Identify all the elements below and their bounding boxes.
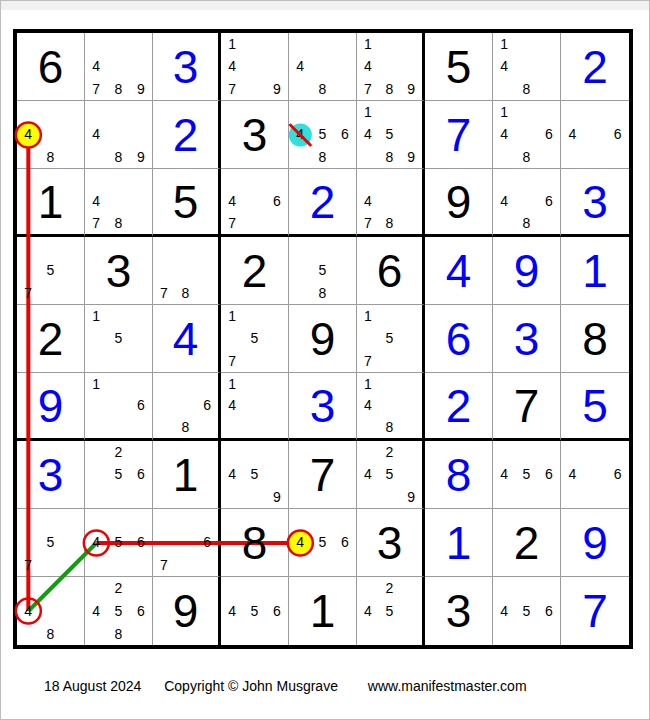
cell-r5c6[interactable]: 157: [357, 305, 425, 373]
candidates-grid: 157: [221, 305, 288, 372]
candidate-6[interactable]: 6: [130, 395, 152, 417]
candidate-empty: [538, 101, 560, 123]
cell-r4c9[interactable]: 1: [561, 237, 629, 305]
cell-r5c3[interactable]: 4: [153, 305, 221, 373]
candidate-empty: [584, 101, 607, 123]
candidate-empty: [107, 350, 129, 372]
candidate-empty: [85, 463, 107, 485]
cell-r1c2[interactable]: 4789: [85, 33, 153, 101]
candidate-empty: [584, 441, 607, 463]
candidate-empty: [62, 123, 84, 145]
candidates-grid: 157: [357, 305, 422, 372]
cell-r7c9[interactable]: 46: [561, 441, 629, 509]
candidate-9[interactable]: 9: [130, 78, 152, 100]
candidate-empty: [357, 441, 379, 463]
candidate-6[interactable]: 6: [538, 463, 560, 485]
candidate-empty: [175, 259, 197, 281]
candidate-7[interactable]: 7: [357, 212, 379, 234]
cell-value-solved: 1: [561, 237, 629, 304]
candidate-6[interactable]: 6: [334, 531, 356, 553]
candidate-7[interactable]: 7: [85, 78, 107, 100]
cell-r2c5[interactable]: 4568: [289, 101, 357, 169]
candidate-6[interactable]: 6: [606, 123, 629, 145]
candidate-7[interactable]: 7: [357, 350, 379, 372]
candidate-empty: [379, 101, 401, 123]
cell-r9c8[interactable]: 456: [493, 577, 561, 645]
candidate-empty: [39, 123, 61, 145]
cell-r6c9[interactable]: 5: [561, 373, 629, 441]
candidates-grid: 14789: [357, 33, 422, 100]
candidate-empty: [85, 101, 107, 123]
candidate-5[interactable]: 5: [107, 327, 129, 349]
cell-r4c3[interactable]: 78: [153, 237, 221, 305]
candidate-6[interactable]: 6: [266, 600, 288, 623]
cell-r8c4[interactable]: 8: [221, 509, 289, 577]
cell-r6c7[interactable]: 2: [425, 373, 493, 441]
cell-r8c3[interactable]: 67: [153, 509, 221, 577]
candidate-empty: [243, 169, 265, 191]
cell-r8c9[interactable]: 9: [561, 509, 629, 577]
candidate-5[interactable]: 5: [39, 531, 61, 553]
candidate-1[interactable]: 1: [85, 305, 107, 327]
candidates-grid: 48: [17, 101, 84, 168]
candidate-5[interactable]: 5: [515, 600, 537, 623]
candidate-4[interactable]: 4: [357, 463, 379, 485]
candidate-empty: [334, 78, 356, 100]
cell-r8c8[interactable]: 2: [493, 509, 561, 577]
candidate-empty: [289, 554, 311, 576]
candidates-grid: 456: [493, 441, 560, 508]
candidate-empty: [266, 463, 288, 485]
cell-r9c6[interactable]: 245: [357, 577, 425, 645]
cell-r8c6[interactable]: 3: [357, 509, 425, 577]
cell-r2c4[interactable]: 3: [221, 101, 289, 169]
candidate-7[interactable]: 7: [153, 282, 175, 304]
cell-r3c8[interactable]: 468: [493, 169, 561, 237]
cell-value-given: 2: [493, 509, 560, 576]
cell-r5c2[interactable]: 15: [85, 305, 153, 373]
candidate-empty: [107, 191, 129, 213]
candidate-empty: [266, 55, 288, 77]
cell-r8c7[interactable]: 1: [425, 509, 493, 577]
candidate-5[interactable]: 5: [311, 123, 333, 145]
candidate-4[interactable]: 4: [357, 123, 379, 145]
candidate-empty: [130, 55, 152, 77]
cell-r9c7[interactable]: 3: [425, 577, 493, 645]
candidate-8[interactable]: 8: [379, 146, 401, 168]
cell-r7c5[interactable]: 7: [289, 441, 357, 509]
cell-r5c1[interactable]: 2: [17, 305, 85, 373]
candidate-empty: [175, 237, 197, 259]
cell-value-given: 3: [221, 101, 288, 168]
candidate-2[interactable]: 2: [107, 441, 129, 463]
cell-value-solved: 3: [493, 305, 560, 372]
candidate-1[interactable]: 1: [493, 101, 515, 123]
cell-value-solved: 2: [289, 169, 356, 234]
cell-value-given: 2: [221, 237, 288, 304]
cell-value-solved: 7: [425, 101, 492, 168]
candidate-empty: [400, 327, 422, 349]
candidate-1[interactable]: 1: [357, 101, 379, 123]
candidate-empty: [153, 416, 175, 438]
candidate-7[interactable]: 7: [17, 282, 39, 304]
cell-r9c3[interactable]: 9: [153, 577, 221, 645]
candidate-empty: [85, 441, 107, 463]
cell-r2c6[interactable]: 14589: [357, 101, 425, 169]
candidate-empty: [130, 416, 152, 438]
candidate-empty: [62, 622, 84, 645]
candidate-4[interactable]: 4: [221, 395, 243, 417]
candidates-grid: 48: [289, 33, 356, 100]
candidate-empty: [266, 577, 288, 600]
candidate-9[interactable]: 9: [400, 146, 422, 168]
cell-r7c7[interactable]: 8: [425, 441, 493, 509]
candidate-empty: [243, 305, 265, 327]
cell-r4c6[interactable]: 6: [357, 237, 425, 305]
cell-value-solved: 3: [17, 441, 84, 508]
cell-r7c1[interactable]: 3: [17, 441, 85, 509]
candidate-empty: [538, 78, 560, 100]
cell-value-given: 3: [85, 237, 152, 304]
cell-r6c8[interactable]: 7: [493, 373, 561, 441]
cell-r2c7[interactable]: 7: [425, 101, 493, 169]
candidate-empty: [334, 55, 356, 77]
cell-r1c4[interactable]: 1479: [221, 33, 289, 101]
candidate-empty: [130, 101, 152, 123]
candidate-8[interactable]: 8: [107, 78, 129, 100]
candidate-4[interactable]: 4: [289, 123, 311, 145]
cell-r1c7[interactable]: 5: [425, 33, 493, 101]
candidate-1[interactable]: 1: [221, 373, 243, 395]
candidate-empty: [493, 577, 515, 600]
candidate-empty: [538, 55, 560, 77]
candidate-empty: [266, 441, 288, 463]
footer-website: www.manifestmaster.com: [368, 678, 527, 694]
cell-r2c1[interactable]: 48: [17, 101, 85, 169]
cell-r2c3[interactable]: 2: [153, 101, 221, 169]
candidate-empty: [221, 441, 243, 463]
cell-r5c5[interactable]: 9: [289, 305, 357, 373]
candidate-6[interactable]: 6: [538, 600, 560, 623]
candidate-empty: [493, 169, 515, 191]
candidate-4[interactable]: 4: [357, 55, 379, 77]
candidate-empty: [153, 509, 175, 531]
candidate-empty: [311, 33, 333, 55]
cell-r6c3[interactable]: 68: [153, 373, 221, 441]
cell-r5c9[interactable]: 8: [561, 305, 629, 373]
footer-date: 18 August 2024: [44, 678, 141, 694]
cell-r3c3[interactable]: 5: [153, 169, 221, 237]
cell-r3c7[interactable]: 9: [425, 169, 493, 237]
candidates-grid: 68: [153, 373, 218, 438]
candidate-4[interactable]: 4: [493, 463, 515, 485]
candidate-4[interactable]: 4: [221, 463, 243, 485]
candidate-5[interactable]: 5: [379, 463, 401, 485]
candidate-empty: [538, 486, 560, 508]
candidates-grid: 14: [221, 373, 288, 438]
candidate-empty: [85, 350, 107, 372]
candidate-1[interactable]: 1: [85, 373, 107, 395]
candidate-4[interactable]: 4: [289, 531, 311, 553]
cell-r6c2[interactable]: 16: [85, 373, 153, 441]
cell-r1c1[interactable]: 6: [17, 33, 85, 101]
candidate-6[interactable]: 6: [130, 531, 152, 553]
candidate-5[interactable]: 5: [379, 327, 401, 349]
candidate-9[interactable]: 9: [400, 78, 422, 100]
candidate-5[interactable]: 5: [107, 531, 129, 553]
candidate-empty: [107, 55, 129, 77]
candidate-empty: [379, 55, 401, 77]
candidates-grid: 459: [221, 441, 288, 508]
candidate-8[interactable]: 8: [379, 212, 401, 234]
candidate-empty: [266, 169, 288, 191]
candidates-grid: 489: [85, 101, 152, 168]
cell-r3c4[interactable]: 467: [221, 169, 289, 237]
candidate-4[interactable]: 4: [85, 123, 107, 145]
candidates-grid: 1468: [493, 101, 560, 168]
candidate-empty: [62, 600, 84, 623]
candidate-empty: [243, 191, 265, 213]
candidate-4[interactable]: 4: [221, 191, 243, 213]
candidate-8[interactable]: 8: [311, 146, 333, 168]
cell-value-solved: 9: [17, 373, 84, 438]
candidate-8[interactable]: 8: [175, 416, 197, 438]
candidate-empty: [221, 577, 243, 600]
candidate-empty: [538, 146, 560, 168]
cell-r3c9[interactable]: 3: [561, 169, 629, 237]
candidate-empty: [311, 554, 333, 576]
candidate-8[interactable]: 8: [515, 78, 537, 100]
candidate-empty: [175, 509, 197, 531]
candidate-empty: [175, 373, 197, 395]
candidate-empty: [266, 33, 288, 55]
candidate-empty: [130, 373, 152, 395]
candidate-4[interactable]: 4: [85, 531, 107, 553]
cell-r5c4[interactable]: 157: [221, 305, 289, 373]
candidates-grid: 15: [85, 305, 152, 372]
candidate-6[interactable]: 6: [196, 531, 218, 553]
candidate-1[interactable]: 1: [221, 305, 243, 327]
candidate-9[interactable]: 9: [266, 486, 288, 508]
candidate-5[interactable]: 5: [243, 463, 265, 485]
candidate-empty: [17, 577, 39, 600]
candidate-8[interactable]: 8: [107, 622, 129, 645]
candidate-5[interactable]: 5: [311, 259, 333, 281]
candidate-empty: [85, 33, 107, 55]
cell-r6c1[interactable]: 9: [17, 373, 85, 441]
cell-r6c4[interactable]: 14: [221, 373, 289, 441]
candidate-empty: [266, 350, 288, 372]
candidate-empty: [153, 395, 175, 417]
cell-r4c4[interactable]: 2: [221, 237, 289, 305]
cell-value-given: 7: [289, 441, 356, 508]
candidate-8[interactable]: 8: [515, 212, 537, 234]
candidate-6[interactable]: 6: [266, 191, 288, 213]
candidate-empty: [584, 123, 607, 145]
candidate-7[interactable]: 7: [221, 212, 243, 234]
candidate-5[interactable]: 5: [379, 600, 401, 623]
cell-r5c8[interactable]: 3: [493, 305, 561, 373]
candidate-4[interactable]: 4: [85, 55, 107, 77]
candidate-8[interactable]: 8: [379, 416, 401, 438]
candidate-1[interactable]: 1: [357, 305, 379, 327]
candidate-2[interactable]: 2: [107, 577, 129, 600]
cell-value-given: 6: [17, 33, 84, 100]
candidate-empty: [538, 441, 560, 463]
candidate-empty: [221, 486, 243, 508]
candidate-4[interactable]: 4: [357, 395, 379, 417]
candidates-grid: 478: [357, 169, 422, 234]
candidate-4[interactable]: 4: [493, 191, 515, 213]
cell-value-given: 6: [357, 237, 422, 304]
candidate-5[interactable]: 5: [243, 327, 265, 349]
candidate-empty: [266, 416, 288, 438]
candidate-6[interactable]: 6: [606, 463, 629, 485]
candidate-4[interactable]: 4: [289, 55, 311, 77]
cell-r8c1[interactable]: 57: [17, 509, 85, 577]
candidate-8[interactable]: 8: [379, 78, 401, 100]
cell-r4c7[interactable]: 4: [425, 237, 493, 305]
cell-r4c2[interactable]: 3: [85, 237, 153, 305]
cell-r7c2[interactable]: 256: [85, 441, 153, 509]
candidate-1[interactable]: 1: [357, 33, 379, 55]
candidate-empty: [130, 191, 152, 213]
candidate-7[interactable]: 7: [153, 554, 175, 576]
candidate-1[interactable]: 1: [493, 33, 515, 55]
candidate-empty: [243, 486, 265, 508]
candidate-6[interactable]: 6: [538, 123, 560, 145]
candidate-empty: [85, 395, 107, 417]
candidate-4[interactable]: 4: [221, 55, 243, 77]
cell-r1c5[interactable]: 48: [289, 33, 357, 101]
candidates-grid: 14589: [357, 101, 422, 168]
candidate-5[interactable]: 5: [311, 531, 333, 553]
candidate-5[interactable]: 5: [107, 600, 129, 623]
cell-r3c5[interactable]: 2: [289, 169, 357, 237]
candidate-empty: [515, 191, 537, 213]
candidate-empty: [515, 486, 537, 508]
cell-r3c2[interactable]: 478: [85, 169, 153, 237]
cell-r9c1[interactable]: 48: [17, 577, 85, 645]
cell-r4c8[interactable]: 9: [493, 237, 561, 305]
candidate-4[interactable]: 4: [17, 600, 39, 623]
candidate-5[interactable]: 5: [107, 463, 129, 485]
candidate-empty: [107, 33, 129, 55]
candidate-1[interactable]: 1: [357, 373, 379, 395]
cell-r7c3[interactable]: 1: [153, 441, 221, 509]
candidate-4[interactable]: 4: [493, 600, 515, 623]
cell-r3c6[interactable]: 478: [357, 169, 425, 237]
candidate-9[interactable]: 9: [400, 486, 422, 508]
cell-r9c5[interactable]: 1: [289, 577, 357, 645]
candidate-8[interactable]: 8: [107, 212, 129, 234]
candidate-4[interactable]: 4: [85, 191, 107, 213]
candidate-9[interactable]: 9: [266, 78, 288, 100]
cell-r6c6[interactable]: 148: [357, 373, 425, 441]
candidate-5[interactable]: 5: [379, 123, 401, 145]
cell-r1c9[interactable]: 2: [561, 33, 629, 101]
candidate-empty: [196, 509, 218, 531]
cell-value-given: 3: [357, 509, 422, 576]
candidate-empty: [39, 600, 61, 623]
candidate-7[interactable]: 7: [221, 78, 243, 100]
cell-value-solved: 8: [425, 441, 492, 508]
candidate-empty: [266, 327, 288, 349]
candidate-5[interactable]: 5: [515, 463, 537, 485]
candidate-8[interactable]: 8: [39, 146, 61, 168]
candidate-4[interactable]: 4: [357, 600, 379, 623]
candidate-4[interactable]: 4: [493, 123, 515, 145]
cell-r1c6[interactable]: 14789: [357, 33, 425, 101]
cell-r9c4[interactable]: 456: [221, 577, 289, 645]
cell-r7c4[interactable]: 459: [221, 441, 289, 509]
candidate-8[interactable]: 8: [175, 282, 197, 304]
candidate-4[interactable]: 4: [561, 463, 584, 485]
candidate-2[interactable]: 2: [379, 577, 401, 600]
candidate-empty: [107, 373, 129, 395]
candidate-2[interactable]: 2: [379, 441, 401, 463]
candidate-9[interactable]: 9: [130, 146, 152, 168]
candidate-empty: [130, 577, 152, 600]
cell-r6c5[interactable]: 3: [289, 373, 357, 441]
candidate-8[interactable]: 8: [39, 622, 61, 645]
cell-r9c2[interactable]: 24568: [85, 577, 153, 645]
cell-value-solved: 3: [561, 169, 629, 234]
candidate-7[interactable]: 7: [17, 554, 39, 576]
candidate-empty: [196, 259, 218, 281]
candidate-6[interactable]: 6: [130, 600, 152, 623]
candidate-4[interactable]: 4: [357, 191, 379, 213]
candidate-1[interactable]: 1: [221, 33, 243, 55]
candidate-4[interactable]: 4: [85, 600, 107, 623]
cell-r9c9[interactable]: 7: [561, 577, 629, 645]
cell-r2c2[interactable]: 489: [85, 101, 153, 169]
cell-r4c1[interactable]: 57: [17, 237, 85, 305]
candidate-8[interactable]: 8: [311, 282, 333, 304]
cell-r3c1[interactable]: 1: [17, 169, 85, 237]
cell-r8c5[interactable]: 456: [289, 509, 357, 577]
candidate-5[interactable]: 5: [243, 600, 265, 623]
cell-r2c8[interactable]: 1468: [493, 101, 561, 169]
candidate-6[interactable]: 6: [196, 395, 218, 417]
candidate-6[interactable]: 6: [130, 463, 152, 485]
candidate-7[interactable]: 7: [221, 350, 243, 372]
cell-r1c3[interactable]: 3: [153, 33, 221, 101]
cell-r2c9[interactable]: 46: [561, 101, 629, 169]
candidate-4[interactable]: 4: [493, 55, 515, 77]
candidate-4[interactable]: 4: [17, 123, 39, 145]
candidate-4[interactable]: 4: [561, 123, 584, 145]
candidate-8[interactable]: 8: [311, 78, 333, 100]
cell-r4c5[interactable]: 58: [289, 237, 357, 305]
cell-r1c8[interactable]: 148: [493, 33, 561, 101]
candidate-7[interactable]: 7: [85, 212, 107, 234]
cell-r8c2[interactable]: 456: [85, 509, 153, 577]
candidate-7[interactable]: 7: [357, 78, 379, 100]
candidate-8[interactable]: 8: [107, 146, 129, 168]
candidate-empty: [311, 101, 333, 123]
candidate-8[interactable]: 8: [515, 146, 537, 168]
candidate-4[interactable]: 4: [221, 600, 243, 623]
cell-r5c7[interactable]: 6: [425, 305, 493, 373]
cell-r7c8[interactable]: 456: [493, 441, 561, 509]
cell-r7c6[interactable]: 2459: [357, 441, 425, 509]
candidate-6[interactable]: 6: [334, 123, 356, 145]
candidate-empty: [289, 101, 311, 123]
candidate-empty: [17, 622, 39, 645]
candidate-5[interactable]: 5: [39, 259, 61, 281]
candidate-6[interactable]: 6: [538, 191, 560, 213]
